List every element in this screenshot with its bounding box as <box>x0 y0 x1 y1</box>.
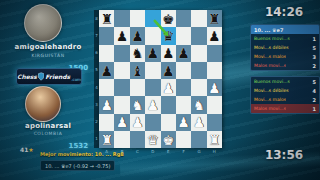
file-label-F: F <box>176 149 191 155</box>
square-d3[interactable]: ♟ <box>145 96 160 113</box>
analysis-row-label: Movi...s malos <box>254 97 286 102</box>
black-pawn-icon: ♟ <box>116 30 128 44</box>
square-g2[interactable]: ♟ <box>191 114 206 131</box>
square-e8[interactable]: ♚ <box>161 10 176 27</box>
black-pawn-icon: ♟ <box>131 30 143 44</box>
analysis-row-label: Malos movi...s <box>254 63 286 68</box>
square-f2[interactable]: ♟ <box>176 114 191 131</box>
square-a1[interactable]: ♜ <box>99 131 114 148</box>
black-pawn-icon: ♟ <box>147 47 159 61</box>
analysis-row[interactable]: Malos movi...s2 <box>251 61 319 70</box>
square-a6[interactable] <box>99 45 114 62</box>
analysis-row[interactable]: Buenos movi...s1 <box>251 34 319 43</box>
black-king-icon: ♚ <box>162 12 174 26</box>
square-h5[interactable] <box>207 62 222 79</box>
square-g4[interactable] <box>191 79 206 96</box>
square-g6[interactable] <box>191 45 206 62</box>
black-pawn-icon: ♟ <box>178 47 190 61</box>
black-rook-icon: ♜ <box>101 12 113 26</box>
black-rook-icon: ♜ <box>208 12 220 26</box>
chess-board: ♜♚♜♟♟♛♟♞♟♟♟♟♝♟♟♟♟♞♟♞♟♟♟♟♜♛♚♜ <box>99 10 222 148</box>
bottom-player-rating: 1532 <box>69 142 88 150</box>
analysis-row[interactable]: Movi...s malos2 <box>251 95 319 104</box>
logo-text-left: Chess <box>17 73 37 80</box>
square-d4[interactable] <box>145 79 160 96</box>
square-h4[interactable]: ♟ <box>207 79 222 96</box>
analysis-row-label: Movi...s débiles <box>254 88 289 93</box>
square-b1[interactable] <box>114 131 129 148</box>
square-g8[interactable] <box>191 10 206 27</box>
black-pawn-icon: ♟ <box>101 64 113 78</box>
white-knight-icon: ♞ <box>193 99 205 113</box>
best-move-text: Mejor movimiento: 10. ... Rg8 <box>40 151 124 157</box>
square-f5[interactable] <box>176 62 191 79</box>
black-pawn-icon: ♟ <box>162 64 174 78</box>
star-icon: ★ <box>28 146 33 153</box>
white-pawn-icon: ♟ <box>147 99 159 113</box>
square-e5[interactable]: ♟ <box>161 62 176 79</box>
black-knight-icon: ♞ <box>131 47 143 61</box>
analysis-row-value: 1 <box>313 36 316 42</box>
square-a3[interactable]: ♟ <box>99 96 114 113</box>
square-h1[interactable]: ♜ <box>207 131 222 148</box>
analysis-row[interactable]: Movi...s débiles4 <box>251 86 319 95</box>
analysis-row-value: 2 <box>313 63 316 69</box>
white-rook-icon: ♜ <box>101 133 113 147</box>
selected-move-label: 10. ... ♛e7 <box>254 27 283 33</box>
square-h3[interactable] <box>207 96 222 113</box>
square-f1[interactable] <box>176 131 191 148</box>
square-b8[interactable] <box>114 10 129 27</box>
file-label-E: E <box>161 149 176 155</box>
square-d7[interactable] <box>145 27 160 44</box>
analysis-row-label: Movi...s débiles <box>254 45 289 50</box>
top-player-name: amigoalehandro <box>0 43 96 51</box>
top-player-country: KIRGUISTÁN <box>0 53 96 58</box>
black-bishop-icon: ♝ <box>131 64 143 78</box>
square-h7[interactable]: ♟ <box>207 27 222 44</box>
square-c6[interactable]: ♞ <box>130 45 145 62</box>
bottom-player-name: apolinarsal <box>0 122 96 130</box>
white-pawn-icon: ♟ <box>178 116 190 130</box>
square-g7[interactable] <box>191 27 206 44</box>
square-c7[interactable]: ♟ <box>130 27 145 44</box>
white-pawn-icon: ♟ <box>162 81 174 95</box>
square-e6[interactable]: ♟ <box>161 45 176 62</box>
white-rook-icon: ♜ <box>208 133 220 147</box>
bottom-player-country: COLOMBIA <box>0 131 96 136</box>
white-king-icon: ♚ <box>162 133 174 147</box>
square-e1[interactable]: ♚ <box>161 131 176 148</box>
square-d6[interactable]: ♟ <box>145 45 160 62</box>
square-c4[interactable] <box>130 79 145 96</box>
black-pawn-icon: ♟ <box>208 30 220 44</box>
avatar-bottom-player <box>25 86 61 122</box>
square-c8[interactable] <box>130 10 145 27</box>
analysis-row-value: 2 <box>313 97 316 103</box>
square-h6[interactable] <box>207 45 222 62</box>
analysis-row[interactable]: Movi...s malos3 <box>251 52 319 61</box>
square-h8[interactable]: ♜ <box>207 10 222 27</box>
square-f7[interactable] <box>176 27 191 44</box>
square-c2[interactable]: ♟ <box>130 114 145 131</box>
square-h2[interactable] <box>207 114 222 131</box>
played-move-eval: 10. ... ♛e7 (-0.92 → -0.75) <box>40 160 115 171</box>
square-b4[interactable] <box>114 79 129 96</box>
analysis-row[interactable]: Movi...s débiles5 <box>251 43 319 52</box>
square-f3[interactable] <box>176 96 191 113</box>
avatar-top-player <box>24 4 62 42</box>
file-label-C: C <box>130 149 145 155</box>
square-f6[interactable]: ♟ <box>176 45 191 62</box>
square-b3[interactable] <box>114 96 129 113</box>
file-label-D: D <box>145 149 160 155</box>
chessfriends-logo: Chess Friends .com <box>16 68 82 85</box>
analysis-rows-bottom: Buenos movi...s5Movi...s débiles4Movi...… <box>251 77 319 113</box>
analysis-row-label: Buenos movi...s <box>254 79 290 84</box>
square-g5[interactable] <box>191 62 206 79</box>
square-d5[interactable] <box>145 62 160 79</box>
square-b7[interactable]: ♟ <box>114 27 129 44</box>
square-a8[interactable]: ♜ <box>99 10 114 27</box>
analysis-row[interactable]: Buenos movi...s5 <box>251 77 319 86</box>
analysis-row-label: Movi...s malos <box>254 54 286 59</box>
analysis-row[interactable]: Malos movi...s1 <box>251 104 319 113</box>
square-a5[interactable]: ♟ <box>99 62 114 79</box>
square-c5[interactable]: ♝ <box>130 62 145 79</box>
top-player-clock: 14:26 <box>248 5 320 19</box>
file-label-G: G <box>191 149 206 155</box>
white-pawn-icon: ♟ <box>101 99 113 113</box>
white-pawn-icon: ♟ <box>116 116 128 130</box>
square-c1[interactable] <box>130 131 145 148</box>
square-a2[interactable] <box>99 114 114 131</box>
analysis-row-value: 1 <box>313 106 316 112</box>
shield-icon <box>38 72 44 81</box>
analysis-rows-top: Buenos movi...s1Movi...s débiles5Movi...… <box>251 34 319 70</box>
square-f8[interactable] <box>176 10 191 27</box>
square-e3[interactable] <box>161 96 176 113</box>
analysis-panel-top: 10. ... ♛e7 Buenos movi...s1Movi...s déb… <box>250 24 320 71</box>
white-knight-icon: ♞ <box>131 99 143 113</box>
square-e2[interactable] <box>161 114 176 131</box>
analysis-row-value: 3 <box>313 54 316 60</box>
analysis-row-label: Malos movi...s <box>254 106 286 111</box>
square-g3[interactable]: ♞ <box>191 96 206 113</box>
black-pawn-icon: ♟ <box>162 47 174 61</box>
logo-tld: .com <box>71 77 81 82</box>
analysis-row-label: Buenos movi...s <box>254 36 290 41</box>
app-root: amigoalehandro KIRGUISTÁN 49★ 1500 Chess… <box>0 0 320 180</box>
analysis-row-value: 5 <box>313 79 316 85</box>
square-b5[interactable] <box>114 62 129 79</box>
white-pawn-icon: ♟ <box>193 116 205 130</box>
analysis-row-value: 5 <box>313 45 316 51</box>
analysis-row-value: 4 <box>313 88 316 94</box>
selected-move-row[interactable]: 10. ... ♛e7 <box>251 25 319 34</box>
white-pawn-icon: ♟ <box>208 81 220 95</box>
square-e4[interactable]: ♟ <box>161 79 176 96</box>
square-a7[interactable] <box>99 27 114 44</box>
square-a4[interactable] <box>99 79 114 96</box>
black-queen-icon: ♛ <box>162 30 174 44</box>
square-e7[interactable]: ♛ <box>161 27 176 44</box>
square-g1[interactable] <box>191 131 206 148</box>
square-c3[interactable]: ♞ <box>130 96 145 113</box>
file-label-H: H <box>207 149 222 155</box>
square-f4[interactable] <box>176 79 191 96</box>
analysis-panel-bottom: Buenos movi...s5Movi...s débiles4Movi...… <box>250 76 320 114</box>
bottom-player-clock: 13:56 <box>248 148 320 162</box>
white-queen-icon: ♛ <box>147 133 159 147</box>
square-d1[interactable]: ♛ <box>145 131 160 148</box>
logo-text-right: Friends <box>45 73 70 80</box>
square-d2[interactable] <box>145 114 160 131</box>
square-b2[interactable]: ♟ <box>114 114 129 131</box>
square-b6[interactable] <box>114 45 129 62</box>
white-pawn-icon: ♟ <box>131 116 143 130</box>
square-d8[interactable] <box>145 10 160 27</box>
